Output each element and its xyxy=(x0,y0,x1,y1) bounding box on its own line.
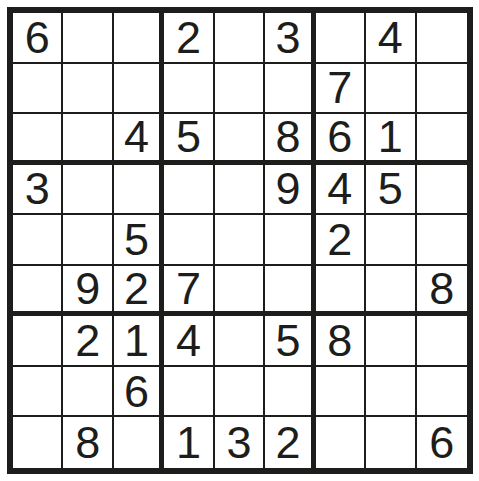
cell-r9c1[interactable] xyxy=(13,417,63,468)
cell-r2c6[interactable] xyxy=(265,64,315,115)
cell-r7c8[interactable] xyxy=(366,316,416,367)
cell-r1c8[interactable]: 4 xyxy=(366,13,416,64)
cell-r8c8[interactable] xyxy=(366,367,416,418)
cell-r4c4[interactable] xyxy=(164,165,214,216)
cell-r3c7[interactable]: 6 xyxy=(316,114,366,165)
cell-r3c9[interactable] xyxy=(417,114,467,165)
cell-r2c1[interactable] xyxy=(13,64,63,115)
cell-r3c6[interactable]: 8 xyxy=(265,114,315,165)
cell-r1c4[interactable]: 2 xyxy=(164,13,214,64)
cell-r4c1[interactable]: 3 xyxy=(13,165,63,216)
cell-r1c5[interactable] xyxy=(215,13,265,64)
cell-r7c4[interactable]: 4 xyxy=(164,316,214,367)
cell-r3c8[interactable]: 1 xyxy=(366,114,416,165)
cell-r2c9[interactable] xyxy=(417,64,467,115)
cell-r8c2[interactable] xyxy=(63,367,113,418)
cell-r6c4[interactable]: 7 xyxy=(164,266,214,317)
cell-r6c8[interactable] xyxy=(366,266,416,317)
sudoku-page: 6234745861394552927821458681326 xyxy=(0,0,479,481)
cell-r5c3[interactable]: 5 xyxy=(114,215,164,266)
cell-r2c5[interactable] xyxy=(215,64,265,115)
cell-r4c8[interactable]: 5 xyxy=(366,165,416,216)
cell-r8c7[interactable] xyxy=(316,367,366,418)
cell-r5c6[interactable] xyxy=(265,215,315,266)
cell-r8c6[interactable] xyxy=(265,367,315,418)
cell-r4c9[interactable] xyxy=(417,165,467,216)
cell-r1c7[interactable] xyxy=(316,13,366,64)
cell-r1c9[interactable] xyxy=(417,13,467,64)
cell-r9c5[interactable]: 3 xyxy=(215,417,265,468)
cell-r8c5[interactable] xyxy=(215,367,265,418)
cell-r6c5[interactable] xyxy=(215,266,265,317)
cell-r7c1[interactable] xyxy=(13,316,63,367)
cell-r9c4[interactable]: 1 xyxy=(164,417,214,468)
cell-r7c9[interactable] xyxy=(417,316,467,367)
cell-r8c1[interactable] xyxy=(13,367,63,418)
cell-r1c1[interactable]: 6 xyxy=(13,13,63,64)
cell-r3c1[interactable] xyxy=(13,114,63,165)
cell-r4c2[interactable] xyxy=(63,165,113,216)
cell-r6c1[interactable] xyxy=(13,266,63,317)
cell-r7c6[interactable]: 5 xyxy=(265,316,315,367)
cell-r7c5[interactable] xyxy=(215,316,265,367)
cell-r9c7[interactable] xyxy=(316,417,366,468)
sudoku-board: 6234745861394552927821458681326 xyxy=(7,7,473,474)
cell-r9c2[interactable]: 8 xyxy=(63,417,113,468)
cell-r2c7[interactable]: 7 xyxy=(316,64,366,115)
cell-r4c6[interactable]: 9 xyxy=(265,165,315,216)
cell-r7c2[interactable]: 2 xyxy=(63,316,113,367)
cell-r2c4[interactable] xyxy=(164,64,214,115)
cell-r3c3[interactable]: 4 xyxy=(114,114,164,165)
cell-r4c5[interactable] xyxy=(215,165,265,216)
cell-r9c8[interactable] xyxy=(366,417,416,468)
cell-r3c4[interactable]: 5 xyxy=(164,114,214,165)
cell-r6c9[interactable]: 8 xyxy=(417,266,467,317)
cell-r9c6[interactable]: 2 xyxy=(265,417,315,468)
cell-r6c6[interactable] xyxy=(265,266,315,317)
cell-r4c3[interactable] xyxy=(114,165,164,216)
cell-r6c7[interactable] xyxy=(316,266,366,317)
cell-r1c3[interactable] xyxy=(114,13,164,64)
cell-r5c8[interactable] xyxy=(366,215,416,266)
cell-r5c1[interactable] xyxy=(13,215,63,266)
cell-r5c7[interactable]: 2 xyxy=(316,215,366,266)
cell-r7c3[interactable]: 1 xyxy=(114,316,164,367)
cell-r6c2[interactable]: 9 xyxy=(63,266,113,317)
cell-r5c5[interactable] xyxy=(215,215,265,266)
cell-r5c4[interactable] xyxy=(164,215,214,266)
cell-r4c7[interactable]: 4 xyxy=(316,165,366,216)
cell-r1c6[interactable]: 3 xyxy=(265,13,315,64)
cell-r3c5[interactable] xyxy=(215,114,265,165)
cell-r6c3[interactable]: 2 xyxy=(114,266,164,317)
cell-r3c2[interactable] xyxy=(63,114,113,165)
cell-r9c9[interactable]: 6 xyxy=(417,417,467,468)
cell-r8c3[interactable]: 6 xyxy=(114,367,164,418)
cell-r8c9[interactable] xyxy=(417,367,467,418)
cell-r5c2[interactable] xyxy=(63,215,113,266)
cell-r8c4[interactable] xyxy=(164,367,214,418)
cell-r5c9[interactable] xyxy=(417,215,467,266)
cell-r7c7[interactable]: 8 xyxy=(316,316,366,367)
cell-r2c3[interactable] xyxy=(114,64,164,115)
cell-r2c2[interactable] xyxy=(63,64,113,115)
cell-r9c3[interactable] xyxy=(114,417,164,468)
cell-r2c8[interactable] xyxy=(366,64,416,115)
cell-r1c2[interactable] xyxy=(63,13,113,64)
